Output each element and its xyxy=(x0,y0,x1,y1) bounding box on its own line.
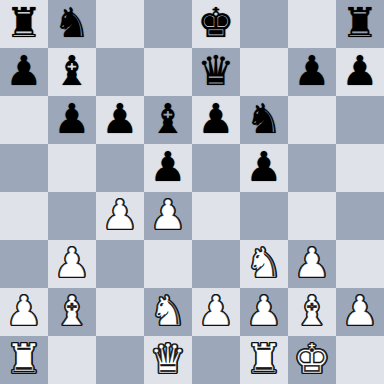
square-e7[interactable]: ♛ xyxy=(192,48,240,96)
square-f1[interactable]: ♜ xyxy=(240,336,288,384)
black-rook[interactable]: ♜ xyxy=(342,0,379,47)
black-pawn[interactable]: ♟ xyxy=(342,47,379,95)
square-e1[interactable] xyxy=(192,336,240,384)
square-h1[interactable] xyxy=(336,336,384,384)
square-c4[interactable]: ♟ xyxy=(96,192,144,240)
square-g1[interactable]: ♚ xyxy=(288,336,336,384)
black-queen[interactable]: ♛ xyxy=(198,47,235,95)
square-f2[interactable]: ♟ xyxy=(240,288,288,336)
square-f3[interactable]: ♞ xyxy=(240,240,288,288)
black-bishop[interactable]: ♝ xyxy=(54,47,91,95)
square-h8[interactable]: ♜ xyxy=(336,0,384,48)
square-b4[interactable] xyxy=(48,192,96,240)
white-king[interactable]: ♚ xyxy=(294,335,331,383)
square-h5[interactable] xyxy=(336,144,384,192)
square-e3[interactable] xyxy=(192,240,240,288)
square-d3[interactable] xyxy=(144,240,192,288)
square-b8[interactable]: ♞ xyxy=(48,0,96,48)
white-rook[interactable]: ♜ xyxy=(6,335,43,383)
square-a6[interactable] xyxy=(0,96,48,144)
white-pawn[interactable]: ♟ xyxy=(102,191,139,239)
square-f4[interactable] xyxy=(240,192,288,240)
square-b6[interactable]: ♟ xyxy=(48,96,96,144)
black-pawn[interactable]: ♟ xyxy=(6,47,43,95)
white-knight[interactable]: ♞ xyxy=(246,239,283,287)
black-pawn[interactable]: ♟ xyxy=(246,143,283,191)
square-d4[interactable]: ♟ xyxy=(144,192,192,240)
square-b7[interactable]: ♝ xyxy=(48,48,96,96)
square-a1[interactable]: ♜ xyxy=(0,336,48,384)
white-rook[interactable]: ♜ xyxy=(246,335,283,383)
square-h7[interactable]: ♟ xyxy=(336,48,384,96)
black-pawn[interactable]: ♟ xyxy=(54,95,91,143)
square-e2[interactable]: ♟ xyxy=(192,288,240,336)
square-f7[interactable] xyxy=(240,48,288,96)
black-knight[interactable]: ♞ xyxy=(54,0,91,47)
square-g3[interactable]: ♟ xyxy=(288,240,336,288)
black-pawn[interactable]: ♟ xyxy=(150,143,187,191)
white-bishop[interactable]: ♝ xyxy=(54,287,91,335)
black-bishop[interactable]: ♝ xyxy=(150,95,187,143)
square-d1[interactable]: ♛ xyxy=(144,336,192,384)
square-c1[interactable] xyxy=(96,336,144,384)
square-g5[interactable] xyxy=(288,144,336,192)
black-pawn[interactable]: ♟ xyxy=(102,95,139,143)
square-f8[interactable] xyxy=(240,0,288,48)
square-h4[interactable] xyxy=(336,192,384,240)
square-c3[interactable] xyxy=(96,240,144,288)
square-c2[interactable] xyxy=(96,288,144,336)
square-f5[interactable]: ♟ xyxy=(240,144,288,192)
square-g4[interactable] xyxy=(288,192,336,240)
white-pawn[interactable]: ♟ xyxy=(150,191,187,239)
square-b3[interactable]: ♟ xyxy=(48,240,96,288)
square-h6[interactable] xyxy=(336,96,384,144)
square-f6[interactable]: ♞ xyxy=(240,96,288,144)
square-c5[interactable] xyxy=(96,144,144,192)
square-g8[interactable] xyxy=(288,0,336,48)
square-d5[interactable]: ♟ xyxy=(144,144,192,192)
white-pawn[interactable]: ♟ xyxy=(246,287,283,335)
square-c6[interactable]: ♟ xyxy=(96,96,144,144)
square-a5[interactable] xyxy=(0,144,48,192)
square-b1[interactable] xyxy=(48,336,96,384)
square-e5[interactable] xyxy=(192,144,240,192)
square-a7[interactable]: ♟ xyxy=(0,48,48,96)
square-e6[interactable]: ♟ xyxy=(192,96,240,144)
black-knight[interactable]: ♞ xyxy=(246,95,283,143)
square-d2[interactable]: ♞ xyxy=(144,288,192,336)
square-a3[interactable] xyxy=(0,240,48,288)
square-e8[interactable]: ♚ xyxy=(192,0,240,48)
square-b5[interactable] xyxy=(48,144,96,192)
square-a4[interactable] xyxy=(0,192,48,240)
white-pawn[interactable]: ♟ xyxy=(294,239,331,287)
square-d7[interactable] xyxy=(144,48,192,96)
square-h3[interactable] xyxy=(336,240,384,288)
white-bishop[interactable]: ♝ xyxy=(294,287,331,335)
square-g2[interactable]: ♝ xyxy=(288,288,336,336)
square-d8[interactable] xyxy=(144,0,192,48)
white-pawn[interactable]: ♟ xyxy=(198,287,235,335)
black-king[interactable]: ♚ xyxy=(198,0,235,47)
black-pawn[interactable]: ♟ xyxy=(198,95,235,143)
square-g6[interactable] xyxy=(288,96,336,144)
square-h2[interactable]: ♟ xyxy=(336,288,384,336)
square-b2[interactable]: ♝ xyxy=(48,288,96,336)
white-queen[interactable]: ♛ xyxy=(150,335,187,383)
black-pawn[interactable]: ♟ xyxy=(294,47,331,95)
white-knight[interactable]: ♞ xyxy=(150,287,187,335)
square-c8[interactable] xyxy=(96,0,144,48)
square-a8[interactable]: ♜ xyxy=(0,0,48,48)
white-pawn[interactable]: ♟ xyxy=(342,287,379,335)
white-pawn[interactable]: ♟ xyxy=(54,239,91,287)
black-rook[interactable]: ♜ xyxy=(6,0,43,47)
square-g7[interactable]: ♟ xyxy=(288,48,336,96)
square-e4[interactable] xyxy=(192,192,240,240)
square-d6[interactable]: ♝ xyxy=(144,96,192,144)
white-pawn[interactable]: ♟ xyxy=(6,287,43,335)
chessboard: ♜♞♚♜♟♝♛♟♟♟♟♝♟♞♟♟♟♟♟♞♟♟♝♞♟♟♝♟♜♛♜♚ xyxy=(0,0,384,384)
square-a2[interactable]: ♟ xyxy=(0,288,48,336)
square-c7[interactable] xyxy=(96,48,144,96)
